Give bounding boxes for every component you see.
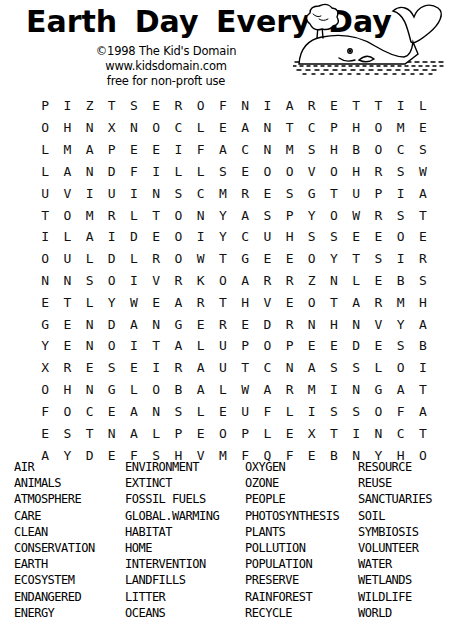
grid-cell-r5c5: I xyxy=(123,182,145,204)
grid-cell-r12c16: E xyxy=(367,335,389,357)
grid-cell-r1c18: L xyxy=(412,95,434,117)
word-list-item: CONSERVATION xyxy=(14,540,95,556)
grid-cell-r6c12: P xyxy=(278,204,300,226)
grid-cell-r2c15: H xyxy=(345,117,367,139)
grid-cell-r1c10: N xyxy=(234,95,256,117)
grid-cell-r5c6: N xyxy=(145,182,167,204)
grid-cell-r8c7: O xyxy=(167,248,189,270)
grid-cell-r4c2: A xyxy=(56,160,78,182)
grid-cell-r11c10: E xyxy=(234,313,256,335)
grid-cell-r13c10: T xyxy=(234,357,256,379)
grid-cell-r3c13: S xyxy=(301,139,323,161)
word-list-item: OXYGEN xyxy=(245,459,339,475)
grid-cell-r16c13: X xyxy=(301,422,323,444)
grid-cell-r14c5: L xyxy=(123,379,145,401)
grid-cell-r13c14: S xyxy=(323,357,345,379)
word-list-item: CLEAN xyxy=(14,524,95,540)
grid-cell-r15c6: N xyxy=(145,401,167,423)
grid-cell-r1c5: S xyxy=(123,95,145,117)
grid-cell-r11c3: N xyxy=(78,313,100,335)
grid-cell-r7c10: C xyxy=(234,226,256,248)
word-list-item: SANCTUARIES xyxy=(358,491,432,507)
grid-cell-r7c15: E xyxy=(345,226,367,248)
grid-cell-r7c5: D xyxy=(123,226,145,248)
grid-cell-r4c16: R xyxy=(367,160,389,182)
grid-cell-r9c1: N xyxy=(34,270,56,292)
word-list-item: ATMOSPHERE xyxy=(14,491,95,507)
grid-cell-r7c6: E xyxy=(145,226,167,248)
grid-cell-r9c16: E xyxy=(367,270,389,292)
grid-cell-r10c12: E xyxy=(278,291,300,313)
word-list-item: HABITAT xyxy=(125,524,219,540)
grid-cell-r10c8: R xyxy=(190,291,212,313)
word-list-item: SYMBIOSIS xyxy=(358,524,432,540)
grid-cell-r6c3: M xyxy=(78,204,100,226)
grid-cell-r6c13: Y xyxy=(301,204,323,226)
grid-cell-r8c6: R xyxy=(145,248,167,270)
grid-cell-r11c12: R xyxy=(278,313,300,335)
grid-cell-r12c12: P xyxy=(278,335,300,357)
whale-illustration xyxy=(293,2,447,78)
credit-block: ©1998 The Kid's Domain www.kidsdomain.co… xyxy=(36,44,296,89)
grid-cell-r8c15: T xyxy=(345,248,367,270)
word-list-item: EXTINCT xyxy=(125,475,219,491)
credit-line-2: free for non-proft use xyxy=(36,74,296,89)
grid-cell-r7c16: E xyxy=(367,226,389,248)
word-list-item: ENDANGERED xyxy=(14,589,95,605)
grid-cell-r3c1: L xyxy=(34,139,56,161)
grid-cell-r7c18: E xyxy=(412,226,434,248)
grid-cell-r13c4: S xyxy=(101,357,123,379)
grid-cell-r10c11: V xyxy=(256,291,278,313)
grid-cell-r15c9: E xyxy=(212,401,234,423)
word-list-item: PHOTOSYNTHESIS xyxy=(245,508,339,524)
grid-cell-r11c2: E xyxy=(56,313,78,335)
grid-cell-r12c17: S xyxy=(390,335,412,357)
grid-cell-r13c18: I xyxy=(412,357,434,379)
grid-cell-r7c2: L xyxy=(56,226,78,248)
word-list-item: PEOPLE xyxy=(245,491,339,507)
word-list-item: LANDFILLS xyxy=(125,572,219,588)
grid-cell-r9c7: R xyxy=(167,270,189,292)
word-list-item: SOIL xyxy=(358,508,432,524)
grid-cell-r1c17: I xyxy=(390,95,412,117)
grid-cell-r8c16: S xyxy=(367,248,389,270)
grid-cell-r13c11: C xyxy=(256,357,278,379)
grid-cell-r4c15: H xyxy=(345,160,367,182)
grid-cell-r8c5: L xyxy=(123,248,145,270)
grid-cell-r11c16: V xyxy=(367,313,389,335)
grid-cell-r9c5: I xyxy=(123,270,145,292)
grid-cell-r8c10: G xyxy=(234,248,256,270)
grid-cell-r10c6: E xyxy=(145,291,167,313)
grid-cell-r9c15: L xyxy=(345,270,367,292)
grid-cell-r5c7: S xyxy=(167,182,189,204)
word-list-item: WETLANDS xyxy=(358,572,432,588)
word-list-item: RAINFOREST xyxy=(245,589,339,605)
grid-cell-r11c6: N xyxy=(145,313,167,335)
grid-cell-r1c12: A xyxy=(278,95,300,117)
grid-cell-r4c4: D xyxy=(101,160,123,182)
grid-cell-r10c16: R xyxy=(367,291,389,313)
grid-cell-r3c9: A xyxy=(212,139,234,161)
grid-cell-r2c9: E xyxy=(212,117,234,139)
word-list-column-3: OXYGENOZONEPEOPLEPHOTOSYNTHESISPLANTSPOL… xyxy=(245,459,339,621)
grid-cell-r7c12: H xyxy=(278,226,300,248)
grid-cell-r2c16: O xyxy=(367,117,389,139)
word-list-item: PRESERVE xyxy=(245,572,339,588)
whale-tail-icon xyxy=(393,5,441,43)
grid-cell-r1c2: I xyxy=(56,95,78,117)
grid-cell-r2c11: N xyxy=(256,117,278,139)
grid-cell-r5c8: C xyxy=(190,182,212,204)
grid-cell-r11c8: E xyxy=(190,313,212,335)
grid-cell-r4c12: O xyxy=(278,160,300,182)
grid-cell-r3c5: E xyxy=(123,139,145,161)
word-list-item: CARE xyxy=(14,508,95,524)
grid-cell-r13c15: S xyxy=(345,357,367,379)
grid-cell-r13c3: E xyxy=(78,357,100,379)
grid-cell-r10c7: A xyxy=(167,291,189,313)
grid-cell-r8c9: T xyxy=(212,248,234,270)
grid-cell-r8c3: L xyxy=(78,248,100,270)
grid-cell-r15c4: E xyxy=(101,401,123,423)
grid-cell-r3c4: P xyxy=(101,139,123,161)
grid-cell-r16c1: E xyxy=(34,422,56,444)
grid-cell-r2c18: E xyxy=(412,117,434,139)
grid-cell-r1c16: T xyxy=(367,95,389,117)
grid-cell-r14c13: M xyxy=(301,379,323,401)
grid-cell-r12c2: E xyxy=(56,335,78,357)
grid-cell-r9c9: O xyxy=(212,270,234,292)
grid-cell-r14c2: H xyxy=(56,379,78,401)
word-list-item: WATER xyxy=(358,556,432,572)
grid-cell-r1c7: R xyxy=(167,95,189,117)
grid-cell-r11c13: N xyxy=(301,313,323,335)
grid-cell-r3c8: F xyxy=(190,139,212,161)
grid-cell-r2c14: P xyxy=(323,117,345,139)
word-list-item: OCEANS xyxy=(125,605,219,621)
grid-cell-r10c9: T xyxy=(212,291,234,313)
grid-cell-r14c7: B xyxy=(167,379,189,401)
grid-cell-r16c12: E xyxy=(278,422,300,444)
grid-cell-r10c5: W xyxy=(123,291,145,313)
grid-cell-r5c2: V xyxy=(56,182,78,204)
grid-cell-r3c11: N xyxy=(256,139,278,161)
grid-cell-r13c6: I xyxy=(145,357,167,379)
grid-cell-r12c9: U xyxy=(212,335,234,357)
grid-cell-r3c18: S xyxy=(412,139,434,161)
grid-cell-r1c8: O xyxy=(190,95,212,117)
grid-cell-r3c7: I xyxy=(167,139,189,161)
grid-cell-r4c5: F xyxy=(123,160,145,182)
word-list-column-1: AIRANIMALSATMOSPHERECARECLEANCONSERVATIO… xyxy=(14,459,95,621)
word-list-column-4: RESOURCEREUSESANCTUARIESSOILSYMBIOSISVOL… xyxy=(358,459,432,621)
grid-cell-r10c3: L xyxy=(78,291,100,313)
word-list-item: VOLUNTEER xyxy=(358,540,432,556)
grid-cell-r6c16: R xyxy=(367,204,389,226)
grid-cell-r9c10: A xyxy=(234,270,256,292)
word-list-item: OZONE xyxy=(245,475,339,491)
grid-cell-r16c5: A xyxy=(123,422,145,444)
grid-cell-r4c6: I xyxy=(145,160,167,182)
grid-cell-r9c2: N xyxy=(56,270,78,292)
grid-cell-r7c7: O xyxy=(167,226,189,248)
grid-cell-r16c2: S xyxy=(56,422,78,444)
grid-cell-r10c2: T xyxy=(56,291,78,313)
grid-cell-r10c17: M xyxy=(390,291,412,313)
grid-cell-r3c14: H xyxy=(323,139,345,161)
grid-cell-r16c9: O xyxy=(212,422,234,444)
grid-cell-r4c10: E xyxy=(234,160,256,182)
grid-cell-r6c15: W xyxy=(345,204,367,226)
grid-cell-r4c18: W xyxy=(412,160,434,182)
grid-cell-r5c4: U xyxy=(101,182,123,204)
grid-cell-r8c11: E xyxy=(256,248,278,270)
grid-cell-r15c8: L xyxy=(190,401,212,423)
grid-cell-r7c4: I xyxy=(101,226,123,248)
grid-cell-r6c14: O xyxy=(323,204,345,226)
grid-cell-r13c16: L xyxy=(367,357,389,379)
worksheet-page: Earth Day Every Day ©1998 The Kid's Doma… xyxy=(0,0,450,625)
word-list-item: ECOSYSTEM xyxy=(14,572,95,588)
grid-cell-r3c2: M xyxy=(56,139,78,161)
word-list-item: ENVIRONMENT xyxy=(125,459,219,475)
grid-cell-r6c5: L xyxy=(123,204,145,226)
grid-cell-r4c13: V xyxy=(301,160,323,182)
grid-cell-r9c3: S xyxy=(78,270,100,292)
grid-cell-r8c17: I xyxy=(390,248,412,270)
grid-cell-r15c13: I xyxy=(301,401,323,423)
grid-cell-r10c10: H xyxy=(234,291,256,313)
grid-cell-r12c14: E xyxy=(323,335,345,357)
credit-line-1: ©1998 The Kid's Domain www.kidsdomain.co… xyxy=(36,44,296,74)
grid-cell-r15c10: U xyxy=(234,401,256,423)
grid-cell-r7c14: S xyxy=(323,226,345,248)
grid-cell-r9c11: R xyxy=(256,270,278,292)
grid-cell-r5c13: G xyxy=(301,182,323,204)
grid-cell-r12c6: T xyxy=(145,335,167,357)
word-list-item: WORLD xyxy=(358,605,432,621)
grid-cell-r1c13: R xyxy=(301,95,323,117)
grid-cell-r13c1: X xyxy=(34,357,56,379)
grid-cell-r3c3: A xyxy=(78,139,100,161)
grid-cell-r7c11: U xyxy=(256,226,278,248)
grid-cell-r5c10: R xyxy=(234,182,256,204)
grid-cell-r1c11: I xyxy=(256,95,278,117)
grid-cell-r9c14: N xyxy=(323,270,345,292)
grid-cell-r15c18: A xyxy=(412,401,434,423)
word-list-item: RECYCLE xyxy=(245,605,339,621)
grid-cell-r12c11: O xyxy=(256,335,278,357)
grid-cell-r5c11: E xyxy=(256,182,278,204)
grid-cell-r8c1: O xyxy=(34,248,56,270)
grid-cell-r16c16: N xyxy=(367,422,389,444)
grid-cell-r2c7: C xyxy=(167,117,189,139)
grid-cell-r12c10: P xyxy=(234,335,256,357)
grid-cell-r13c7: R xyxy=(167,357,189,379)
grid-cell-r11c18: A xyxy=(412,313,434,335)
grid-cell-r15c3: C xyxy=(78,401,100,423)
word-list-item: AIR xyxy=(14,459,95,475)
grid-cell-r15c17: F xyxy=(390,401,412,423)
grid-cell-r16c3: T xyxy=(78,422,100,444)
grid-cell-r12c18: B xyxy=(412,335,434,357)
grid-cell-r15c5: A xyxy=(123,401,145,423)
tree-on-whale-icon xyxy=(307,4,339,38)
grid-cell-r6c7: O xyxy=(167,204,189,226)
grid-cell-r5c12: S xyxy=(278,182,300,204)
word-list-item: REUSE xyxy=(358,475,432,491)
grid-cell-r11c11: D xyxy=(256,313,278,335)
grid-cell-r5c18: A xyxy=(412,182,434,204)
grid-cell-r2c13: C xyxy=(301,117,323,139)
word-list-item: GLOBAL.WARMING xyxy=(125,508,219,524)
grid-cell-r7c17: O xyxy=(390,226,412,248)
grid-cell-r8c13: O xyxy=(301,248,323,270)
grid-cell-r15c11: F xyxy=(256,401,278,423)
grid-cell-r2c10: A xyxy=(234,117,256,139)
grid-cell-r10c4: Y xyxy=(101,291,123,313)
grid-cell-r16c6: L xyxy=(145,422,167,444)
grid-cell-r16c4: N xyxy=(101,422,123,444)
grid-cell-r6c11: S xyxy=(256,204,278,226)
grid-cell-r9c18: S xyxy=(412,270,434,292)
grid-cell-r2c6: O xyxy=(145,117,167,139)
grid-cell-r3c16: O xyxy=(367,139,389,161)
grid-cell-r15c14: S xyxy=(323,401,345,423)
grid-cell-r6c2: O xyxy=(56,204,78,226)
grid-cell-r2c2: H xyxy=(56,117,78,139)
grid-cell-r8c12: E xyxy=(278,248,300,270)
grid-cell-r5c1: U xyxy=(34,182,56,204)
grid-cell-r14c6: O xyxy=(145,379,167,401)
grid-cell-r4c14: O xyxy=(323,160,345,182)
grid-cell-r7c13: S xyxy=(301,226,323,248)
grid-cell-r3c6: E xyxy=(145,139,167,161)
word-list-item: ANIMALS xyxy=(14,475,95,491)
word-list-item: FOSSIL FUELS xyxy=(125,491,219,507)
grid-cell-r5c9: M xyxy=(212,182,234,204)
grid-cell-r12c3: N xyxy=(78,335,100,357)
word-list-item: EARTH xyxy=(14,556,95,572)
grid-cell-r12c8: L xyxy=(190,335,212,357)
grid-cell-r15c2: O xyxy=(56,401,78,423)
grid-cell-r11c7: G xyxy=(167,313,189,335)
grid-cell-r14c11: A xyxy=(256,379,278,401)
grid-cell-r5c17: I xyxy=(390,182,412,204)
grid-cell-r8c2: U xyxy=(56,248,78,270)
grid-cell-r13c8: A xyxy=(190,357,212,379)
grid-cell-r15c15: S xyxy=(345,401,367,423)
grid-cell-r9c13: Z xyxy=(301,270,323,292)
grid-cell-r11c9: R xyxy=(212,313,234,335)
grid-cell-r4c8: L xyxy=(190,160,212,182)
grid-cell-r1c6: E xyxy=(145,95,167,117)
grid-cell-r10c13: O xyxy=(301,291,323,313)
grid-cell-r6c4: R xyxy=(101,204,123,226)
word-list-item: POPULATION xyxy=(245,556,339,572)
grid-cell-r10c18: H xyxy=(412,291,434,313)
grid-cell-r14c3: N xyxy=(78,379,100,401)
grid-cell-r3c15: B xyxy=(345,139,367,161)
grid-cell-r16c8: E xyxy=(190,422,212,444)
whale-body xyxy=(299,35,418,64)
grid-cell-r7c1: I xyxy=(34,226,56,248)
grid-cell-r9c8: K xyxy=(190,270,212,292)
grid-cell-r2c12: T xyxy=(278,117,300,139)
grid-cell-r11c5: A xyxy=(123,313,145,335)
grid-cell-r13c9: U xyxy=(212,357,234,379)
grid-cell-r13c13: A xyxy=(301,357,323,379)
grid-cell-r9c12: R xyxy=(278,270,300,292)
grid-cell-r14c4: G xyxy=(101,379,123,401)
grid-cell-r13c12: N xyxy=(278,357,300,379)
grid-cell-r16c10: P xyxy=(234,422,256,444)
grid-cell-r14c18: T xyxy=(412,379,434,401)
grid-cell-r2c1: O xyxy=(34,117,56,139)
word-list-item: RESOURCE xyxy=(358,459,432,475)
grid-cell-r12c7: A xyxy=(167,335,189,357)
grid-cell-r1c9: F xyxy=(212,95,234,117)
grid-cell-r5c15: U xyxy=(345,182,367,204)
grid-cell-r15c16: O xyxy=(367,401,389,423)
grid-cell-r6c9: Y xyxy=(212,204,234,226)
grid-cell-r7c3: A xyxy=(78,226,100,248)
grid-cell-r16c15: I xyxy=(345,422,367,444)
grid-cell-r1c1: P xyxy=(34,95,56,117)
grid-cell-r10c14: T xyxy=(323,291,345,313)
grid-cell-r6c8: N xyxy=(190,204,212,226)
grid-cell-r2c17: M xyxy=(390,117,412,139)
word-list-item: HOME xyxy=(125,540,219,556)
grid-cell-r2c5: N xyxy=(123,117,145,139)
word-list-column-2: ENVIRONMENTEXTINCTFOSSIL FUELSGLOBAL.WAR… xyxy=(125,459,219,621)
grid-cell-r12c15: D xyxy=(345,335,367,357)
grid-cell-r4c17: S xyxy=(390,160,412,182)
grid-cell-r8c8: W xyxy=(190,248,212,270)
letter-grid: PIZTSEROFNIARETTILOHNXNOCLEANTCPHOMELMAP… xyxy=(34,95,434,466)
grid-cell-r4c11: O xyxy=(256,160,278,182)
grid-cell-r14c17: A xyxy=(390,379,412,401)
grid-cell-r2c8: L xyxy=(190,117,212,139)
grid-cell-r4c1: L xyxy=(34,160,56,182)
grid-cell-r10c1: E xyxy=(34,291,56,313)
grid-cell-r1c14: E xyxy=(323,95,345,117)
grid-cell-r11c4: D xyxy=(101,313,123,335)
grid-cell-r15c7: S xyxy=(167,401,189,423)
grid-cell-r16c18: T xyxy=(412,422,434,444)
grid-cell-r13c5: E xyxy=(123,357,145,379)
grid-cell-r5c3: I xyxy=(78,182,100,204)
grid-cell-r12c13: E xyxy=(301,335,323,357)
grid-cell-r12c1: Y xyxy=(34,335,56,357)
grid-cell-r13c2: R xyxy=(56,357,78,379)
word-list-item: WILDLIFE xyxy=(358,589,432,605)
grid-cell-r11c1: G xyxy=(34,313,56,335)
grid-cell-r14c8: A xyxy=(190,379,212,401)
grid-cell-r6c6: T xyxy=(145,204,167,226)
grid-cell-r8c14: Y xyxy=(323,248,345,270)
grid-cell-r5c14: T xyxy=(323,182,345,204)
word-list-item: INTERVENTION xyxy=(125,556,219,572)
grid-cell-r12c5: I xyxy=(123,335,145,357)
grid-cell-r14c16: G xyxy=(367,379,389,401)
grid-cell-r11c17: Y xyxy=(390,313,412,335)
grid-cell-r2c4: X xyxy=(101,117,123,139)
grid-cell-r4c9: S xyxy=(212,160,234,182)
grid-cell-r6c10: A xyxy=(234,204,256,226)
